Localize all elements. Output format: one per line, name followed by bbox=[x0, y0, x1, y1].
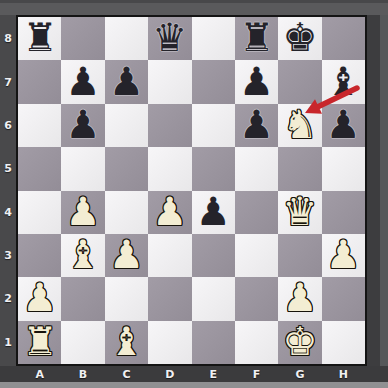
rank-label-8: 8 bbox=[0, 17, 16, 60]
piece-white-pawn[interactable]: ♟ bbox=[22, 276, 57, 319]
square-h7[interactable]: ♝ bbox=[322, 60, 365, 103]
square-b3[interactable]: ♝ bbox=[61, 234, 104, 277]
square-a5[interactable] bbox=[18, 147, 61, 190]
piece-black-queen[interactable]: ♛ bbox=[152, 16, 187, 59]
square-d7[interactable] bbox=[148, 60, 191, 103]
piece-black-rook[interactable]: ♜ bbox=[239, 16, 274, 59]
square-b6[interactable]: ♟ bbox=[61, 104, 104, 147]
square-d4[interactable]: ♟ bbox=[148, 191, 191, 234]
square-c3[interactable]: ♟ bbox=[105, 234, 148, 277]
piece-black-pawn[interactable]: ♟ bbox=[66, 60, 101, 103]
square-b4[interactable]: ♟ bbox=[61, 191, 104, 234]
square-a3[interactable] bbox=[18, 234, 61, 277]
square-e3[interactable] bbox=[192, 234, 235, 277]
piece-white-pawn[interactable]: ♟ bbox=[326, 233, 361, 276]
square-f5[interactable] bbox=[235, 147, 278, 190]
square-d1[interactable] bbox=[148, 321, 191, 364]
piece-white-pawn[interactable]: ♟ bbox=[66, 190, 101, 233]
square-d5[interactable] bbox=[148, 147, 191, 190]
piece-black-rook[interactable]: ♜ bbox=[22, 16, 57, 59]
square-b7[interactable]: ♟ bbox=[61, 60, 104, 103]
square-f8[interactable]: ♜ bbox=[235, 17, 278, 60]
square-a6[interactable] bbox=[18, 104, 61, 147]
board-top-margin bbox=[0, 0, 388, 15]
piece-black-pawn[interactable]: ♟ bbox=[196, 190, 231, 233]
file-label-g: G bbox=[278, 366, 321, 382]
square-g2[interactable]: ♟ bbox=[278, 277, 321, 320]
piece-white-bishop[interactable]: ♝ bbox=[66, 233, 101, 276]
square-c5[interactable] bbox=[105, 147, 148, 190]
square-d2[interactable] bbox=[148, 277, 191, 320]
square-b5[interactable] bbox=[61, 147, 104, 190]
square-h6[interactable]: ♟ bbox=[322, 104, 365, 147]
square-g8[interactable]: ♚ bbox=[278, 17, 321, 60]
square-c8[interactable] bbox=[105, 17, 148, 60]
rank-label-5: 5 bbox=[0, 147, 16, 190]
piece-black-pawn[interactable]: ♟ bbox=[239, 103, 274, 146]
window-bottom-strip bbox=[0, 382, 388, 388]
rank-label-6: 6 bbox=[0, 104, 16, 147]
piece-black-king[interactable]: ♚ bbox=[282, 16, 317, 59]
square-h3[interactable]: ♟ bbox=[322, 234, 365, 277]
square-a4[interactable] bbox=[18, 191, 61, 234]
file-label-c: C bbox=[105, 366, 148, 382]
piece-white-knight[interactable]: ♞ bbox=[282, 103, 317, 146]
square-f7[interactable]: ♟ bbox=[235, 60, 278, 103]
square-d3[interactable] bbox=[148, 234, 191, 277]
piece-black-pawn[interactable]: ♟ bbox=[109, 60, 144, 103]
square-g3[interactable] bbox=[278, 234, 321, 277]
square-b1[interactable] bbox=[61, 321, 104, 364]
piece-black-bishop[interactable]: ♝ bbox=[326, 60, 361, 103]
square-e8[interactable] bbox=[192, 17, 235, 60]
square-c2[interactable] bbox=[105, 277, 148, 320]
file-labels: ABCDEFGH bbox=[18, 366, 365, 382]
rank-label-3: 3 bbox=[0, 234, 16, 277]
file-label-b: B bbox=[61, 366, 104, 382]
square-a7[interactable] bbox=[18, 60, 61, 103]
square-f6[interactable]: ♟ bbox=[235, 104, 278, 147]
rank-label-7: 7 bbox=[0, 60, 16, 103]
piece-white-queen[interactable]: ♛ bbox=[282, 190, 317, 233]
square-h5[interactable] bbox=[322, 147, 365, 190]
square-a2[interactable]: ♟ bbox=[18, 277, 61, 320]
square-g5[interactable] bbox=[278, 147, 321, 190]
square-e7[interactable] bbox=[192, 60, 235, 103]
square-g7[interactable] bbox=[278, 60, 321, 103]
square-g1[interactable]: ♚ bbox=[278, 321, 321, 364]
piece-black-pawn[interactable]: ♟ bbox=[239, 60, 274, 103]
piece-black-pawn[interactable]: ♟ bbox=[66, 103, 101, 146]
board-right-shadow bbox=[367, 0, 380, 382]
piece-white-pawn[interactable]: ♟ bbox=[152, 190, 187, 233]
file-label-d: D bbox=[148, 366, 191, 382]
piece-white-king[interactable]: ♚ bbox=[282, 320, 317, 363]
square-a1[interactable]: ♜ bbox=[18, 321, 61, 364]
square-h4[interactable] bbox=[322, 191, 365, 234]
square-f1[interactable] bbox=[235, 321, 278, 364]
square-e2[interactable] bbox=[192, 277, 235, 320]
square-f3[interactable] bbox=[235, 234, 278, 277]
square-c7[interactable]: ♟ bbox=[105, 60, 148, 103]
square-f4[interactable] bbox=[235, 191, 278, 234]
square-c1[interactable]: ♝ bbox=[105, 321, 148, 364]
square-e5[interactable] bbox=[192, 147, 235, 190]
square-a8[interactable]: ♜ bbox=[18, 17, 61, 60]
rank-label-2: 2 bbox=[0, 277, 16, 320]
square-h1[interactable] bbox=[322, 321, 365, 364]
rank-label-4: 4 bbox=[0, 191, 16, 234]
square-h8[interactable] bbox=[322, 17, 365, 60]
square-g6[interactable]: ♞ bbox=[278, 104, 321, 147]
rank-label-1: 1 bbox=[0, 321, 16, 364]
square-e4[interactable]: ♟ bbox=[192, 191, 235, 234]
file-label-h: H bbox=[322, 366, 365, 382]
square-h2[interactable] bbox=[322, 277, 365, 320]
rank-labels: 87654321 bbox=[0, 17, 16, 364]
chess-board: ♜♛♜♚♟♟♟♝♟♟♞♟♟♟♟♛♝♟♟♟♟♜♝♚ bbox=[16, 15, 367, 366]
square-d6[interactable] bbox=[148, 104, 191, 147]
square-b8[interactable] bbox=[61, 17, 104, 60]
square-g4[interactable]: ♛ bbox=[278, 191, 321, 234]
piece-white-pawn[interactable]: ♟ bbox=[109, 233, 144, 276]
square-f2[interactable] bbox=[235, 277, 278, 320]
square-d8[interactable]: ♛ bbox=[148, 17, 191, 60]
file-label-e: E bbox=[192, 366, 235, 382]
piece-white-pawn[interactable]: ♟ bbox=[282, 276, 317, 319]
piece-white-rook[interactable]: ♜ bbox=[22, 320, 57, 363]
square-c4[interactable] bbox=[105, 191, 148, 234]
square-c6[interactable] bbox=[105, 104, 148, 147]
chess-app-window: 87654321 ♜♛♜♚♟♟♟♝♟♟♞♟♟♟♟♛♝♟♟♟♟♜♝♚ ABCDEF… bbox=[0, 0, 388, 388]
square-b2[interactable] bbox=[61, 277, 104, 320]
square-e1[interactable] bbox=[192, 321, 235, 364]
piece-white-bishop[interactable]: ♝ bbox=[109, 320, 144, 363]
square-e6[interactable] bbox=[192, 104, 235, 147]
file-label-a: A bbox=[18, 366, 61, 382]
window-right-edge bbox=[380, 0, 388, 382]
piece-black-pawn[interactable]: ♟ bbox=[326, 103, 361, 146]
file-label-f: F bbox=[235, 366, 278, 382]
